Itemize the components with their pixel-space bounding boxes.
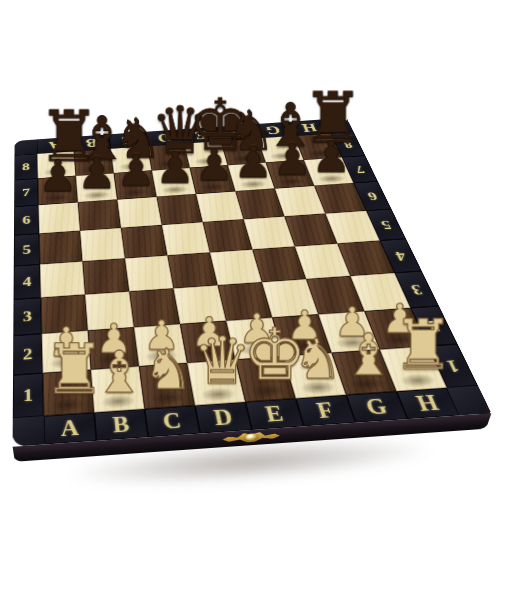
rank-label-left-1: 1 — [23, 385, 33, 406]
file-label-h: H — [413, 391, 443, 417]
piece-black-pawn[interactable]: ♟ — [77, 151, 116, 195]
piece-black-pawn[interactable]: ♟ — [38, 154, 77, 198]
file-label-e: E — [263, 401, 286, 427]
file-label-d: D — [212, 405, 235, 431]
file-label-a: A — [60, 415, 79, 441]
rank-label-right-5: 5 — [378, 217, 393, 232]
square-d1[interactable]: ♛ — [187, 360, 245, 406]
piece-black-pawn[interactable]: ♟ — [194, 143, 233, 187]
file-label-g: G — [362, 394, 390, 420]
squares: ♜♝♞♛♚♞♝♜♟♟♟♟♟♟♟♟♟♟♟♟♟♟♟♟♜♝♞♛♚♞♝♜ — [37, 133, 447, 416]
rank-label-right-6: 6 — [365, 189, 379, 203]
rank-label-left-4: 4 — [23, 273, 32, 290]
square-c7[interactable]: ♟ — [114, 171, 157, 200]
rank-label-left-7: 7 — [22, 186, 30, 199]
piece-black-pawn[interactable]: ♟ — [234, 140, 273, 184]
file-label-f: F — [314, 398, 337, 423]
square-f6[interactable] — [235, 188, 284, 219]
frame-segment: B — [94, 409, 148, 441]
square-f1[interactable]: ♞ — [283, 353, 346, 399]
square-c4[interactable] — [125, 255, 174, 291]
square-b4[interactable] — [82, 258, 129, 294]
frame-segment: 5 — [14, 234, 40, 267]
square-a1[interactable]: ♜ — [43, 370, 94, 416]
frame-segment: F — [296, 395, 356, 427]
chess-board: ABCDEFGH ABCDEFGH 87654321 87654321 ♜♝♞♛… — [13, 118, 492, 447]
rank-label-right-4: 4 — [392, 247, 408, 263]
piece-black-pawn[interactable]: ♟ — [273, 137, 312, 181]
frame-segment: 3 — [13, 298, 41, 336]
frame-segment: 7 — [14, 178, 38, 206]
scene: ABCDEFGH ABCDEFGH 87654321 87654321 ♜♝♞♛… — [0, 0, 513, 609]
piece-black-pawn[interactable]: ♟ — [155, 145, 194, 189]
piece-black-pawn[interactable]: ♟ — [312, 135, 351, 179]
frame-segment: E — [245, 398, 304, 430]
file-label-c: C — [161, 408, 183, 434]
square-b5[interactable] — [80, 228, 125, 262]
photo-stage: ABCDEFGH ABCDEFGH 87654321 87654321 ♜♝♞♛… — [0, 0, 513, 609]
piece-white-bishop[interactable]: ♝ — [93, 343, 143, 401]
square-a6[interactable] — [38, 202, 80, 233]
square-e1[interactable]: ♚ — [235, 356, 295, 402]
piece-white-knight[interactable]: ♞ — [143, 341, 193, 397]
square-d4[interactable] — [167, 252, 217, 288]
rank-label-left-6: 6 — [22, 213, 30, 227]
frame-segment: D — [195, 402, 252, 434]
square-g7[interactable]: ♟ — [266, 160, 314, 189]
rank-label-left-5: 5 — [22, 242, 31, 257]
frame-segment: 2 — [13, 334, 43, 375]
frame-segment: C — [145, 405, 201, 437]
frame-segment: A — [44, 412, 97, 444]
piece-white-bishop[interactable]: ♝ — [343, 325, 393, 383]
frame-corner — [13, 416, 45, 447]
frame-segment: 6 — [14, 205, 39, 235]
square-b6[interactable] — [78, 200, 121, 231]
square-c5[interactable] — [121, 225, 167, 258]
square-e7[interactable]: ♟ — [190, 165, 236, 194]
rank-label-left-2: 2 — [23, 344, 33, 364]
file-label-b: B — [111, 412, 130, 438]
rank-label-right-7: 7 — [353, 163, 367, 176]
square-c1[interactable]: ♞ — [139, 363, 195, 409]
piece-white-king[interactable]: ♚ — [243, 319, 293, 390]
square-a5[interactable] — [39, 231, 82, 265]
piece-white-rook[interactable]: ♜ — [392, 310, 442, 379]
square-b1[interactable]: ♝ — [91, 366, 145, 412]
square-d6[interactable] — [157, 194, 203, 225]
piece-white-knight[interactable]: ♞ — [293, 331, 343, 387]
piece-white-rook[interactable]: ♜ — [43, 335, 93, 404]
rank-label-left-8: 8 — [22, 161, 30, 173]
square-c6[interactable] — [117, 197, 162, 228]
frame-segment: 1 — [13, 373, 44, 418]
square-a4[interactable] — [40, 261, 85, 297]
square-d7[interactable]: ♟ — [152, 168, 196, 197]
piece-black-pawn[interactable]: ♟ — [116, 148, 155, 192]
frame-segment: 4 — [14, 264, 41, 299]
piece-white-queen[interactable]: ♛ — [193, 328, 243, 393]
square-d5[interactable] — [162, 222, 210, 255]
square-b7[interactable]: ♟ — [76, 173, 117, 202]
square-f7[interactable]: ♟ — [228, 163, 275, 192]
rank-label-left-3: 3 — [23, 307, 32, 325]
frame-segment: 8 — [14, 154, 37, 180]
square-a7[interactable]: ♟ — [38, 176, 78, 205]
